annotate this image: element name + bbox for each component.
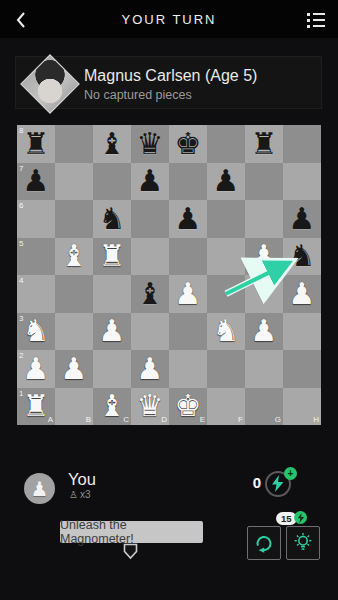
square-d6[interactable] bbox=[131, 200, 169, 238]
piece-black-pawn-e6[interactable]: ♟ bbox=[169, 200, 207, 238]
top-bar: YOUR TURN bbox=[0, 0, 338, 38]
captured-count: x3 bbox=[80, 489, 91, 500]
square-c4[interactable] bbox=[93, 275, 131, 313]
piece-black-pawn-d7[interactable]: ♟ bbox=[131, 163, 169, 201]
file-label-f: F bbox=[238, 415, 243, 424]
square-e5[interactable] bbox=[169, 238, 207, 276]
square-h8[interactable] bbox=[283, 125, 321, 163]
opponent-captured-status: No captured pieces bbox=[84, 88, 192, 102]
square-a5[interactable]: 5 bbox=[17, 238, 55, 276]
piece-white-knight-f3[interactable]: ♞ bbox=[207, 313, 245, 351]
square-f1[interactable]: F bbox=[207, 388, 245, 426]
rank-label-5: 5 bbox=[19, 239, 23, 248]
opponent-name: Magnus Carlsen (Age 5) bbox=[84, 67, 257, 85]
piece-white-rook-a1[interactable]: ♜ bbox=[17, 388, 55, 426]
player-captured-pieces: ♙ x3 bbox=[69, 489, 91, 500]
undo-button[interactable] bbox=[247, 526, 281, 560]
square-a6[interactable]: 6 bbox=[17, 200, 55, 238]
piece-white-queen-d1[interactable]: ♛ bbox=[131, 388, 169, 426]
file-label-b: B bbox=[86, 415, 91, 424]
piece-white-pawn-e4[interactable]: ♟ bbox=[169, 275, 207, 313]
piece-white-pawn-h4[interactable]: ♟ bbox=[283, 275, 321, 313]
opponent-card: Magnus Carlsen (Age 5) No captured piece… bbox=[15, 56, 322, 109]
square-b6[interactable] bbox=[55, 200, 93, 238]
lightning-bolt-icon bbox=[270, 475, 286, 493]
square-h7[interactable] bbox=[283, 163, 321, 201]
piece-black-pawn-a7[interactable]: ♟ bbox=[17, 163, 55, 201]
square-f6[interactable] bbox=[207, 200, 245, 238]
player-name: You bbox=[68, 470, 96, 489]
square-b7[interactable] bbox=[55, 163, 93, 201]
captured-pawn-icon: ♙ bbox=[69, 489, 78, 500]
energy-count: 0 bbox=[243, 474, 261, 491]
piece-white-pawn-c3[interactable]: ♟ bbox=[93, 313, 131, 351]
piece-black-queen-d8[interactable]: ♛ bbox=[131, 125, 169, 163]
square-h2[interactable] bbox=[283, 350, 321, 388]
piece-white-bishop-b5[interactable]: ♝ bbox=[55, 238, 93, 276]
gauge-segment-red bbox=[20, 548, 108, 557]
gauge-marker-icon bbox=[123, 543, 138, 560]
piece-black-bishop-d4[interactable]: ♝ bbox=[131, 275, 169, 313]
square-c2[interactable] bbox=[93, 350, 131, 388]
file-label-g: G bbox=[275, 415, 281, 424]
square-b8[interactable] bbox=[55, 125, 93, 163]
hint-lightbulb-icon bbox=[290, 530, 316, 556]
menu-button[interactable] bbox=[302, 7, 330, 33]
undo-icon bbox=[251, 530, 277, 556]
square-h1[interactable]: H bbox=[283, 388, 321, 426]
square-b4[interactable] bbox=[55, 275, 93, 313]
piece-white-pawn-g5[interactable]: ♟ bbox=[245, 238, 283, 276]
rank-label-6: 6 bbox=[19, 201, 23, 210]
energy-plus-badge: + bbox=[284, 467, 297, 480]
list-menu-icon bbox=[307, 13, 325, 28]
piece-black-pawn-h6[interactable]: ♟ bbox=[283, 200, 321, 238]
square-e3[interactable] bbox=[169, 313, 207, 351]
piece-black-rook-a8[interactable]: ♜ bbox=[17, 125, 55, 163]
player-avatar-pawn-icon: ♟ bbox=[31, 479, 49, 499]
piece-black-knight-c6[interactable]: ♞ bbox=[93, 200, 131, 238]
square-c7[interactable] bbox=[93, 163, 131, 201]
hint-button[interactable] bbox=[286, 526, 320, 560]
chess-board[interactable]: 87654321ABCDEFGH♜♝♛♚♜♟♟♟♞♟♟♞♝♝♜♟♟♟♞♟♞♟♟♟… bbox=[17, 125, 321, 425]
square-g7[interactable] bbox=[245, 163, 283, 201]
square-f5[interactable] bbox=[207, 238, 245, 276]
magnometer-button[interactable]: Unleash the Magnometer! bbox=[60, 521, 203, 543]
square-d3[interactable] bbox=[131, 313, 169, 351]
file-label-h: H bbox=[313, 415, 319, 424]
square-g1[interactable]: G bbox=[245, 388, 283, 426]
piece-white-pawn-g3[interactable]: ♟ bbox=[245, 313, 283, 351]
square-d5[interactable] bbox=[131, 238, 169, 276]
player-avatar: ♟ bbox=[24, 473, 55, 504]
square-g4[interactable] bbox=[245, 275, 283, 313]
piece-white-rook-c5[interactable]: ♜ bbox=[93, 238, 131, 276]
piece-black-knight-h5[interactable]: ♞ bbox=[283, 238, 321, 276]
square-a4[interactable]: 4 bbox=[17, 275, 55, 313]
square-h3[interactable] bbox=[283, 313, 321, 351]
piece-black-king-e8[interactable]: ♚ bbox=[169, 125, 207, 163]
piece-black-pawn-f7[interactable]: ♟ bbox=[207, 163, 245, 201]
piece-white-pawn-d2[interactable]: ♟ bbox=[131, 350, 169, 388]
square-e2[interactable] bbox=[169, 350, 207, 388]
square-f8[interactable] bbox=[207, 125, 245, 163]
piece-white-king-e1[interactable]: ♚ bbox=[169, 388, 207, 426]
page-title: YOUR TURN bbox=[0, 0, 338, 38]
piece-black-bishop-c8[interactable]: ♝ bbox=[93, 125, 131, 163]
square-b1[interactable]: B bbox=[55, 388, 93, 426]
piece-white-bishop-c1[interactable]: ♝ bbox=[93, 388, 131, 426]
square-f4[interactable] bbox=[207, 275, 245, 313]
square-b3[interactable] bbox=[55, 313, 93, 351]
piece-white-pawn-b2[interactable]: ♟ bbox=[55, 350, 93, 388]
app-screen: YOUR TURN Magnus Carlsen (Age 5) No capt… bbox=[0, 0, 338, 600]
square-e7[interactable] bbox=[169, 163, 207, 201]
square-f2[interactable] bbox=[207, 350, 245, 388]
opponent-avatar bbox=[20, 54, 79, 113]
square-g2[interactable] bbox=[245, 350, 283, 388]
hint-badge-bolt-icon bbox=[294, 511, 307, 524]
piece-black-rook-g8[interactable]: ♜ bbox=[245, 125, 283, 163]
gauge-segment-teal bbox=[153, 548, 241, 557]
rank-label-4: 4 bbox=[19, 276, 23, 285]
piece-white-pawn-a2[interactable]: ♟ bbox=[17, 350, 55, 388]
square-g6[interactable] bbox=[245, 200, 283, 238]
piece-white-knight-a3[interactable]: ♞ bbox=[17, 313, 55, 351]
